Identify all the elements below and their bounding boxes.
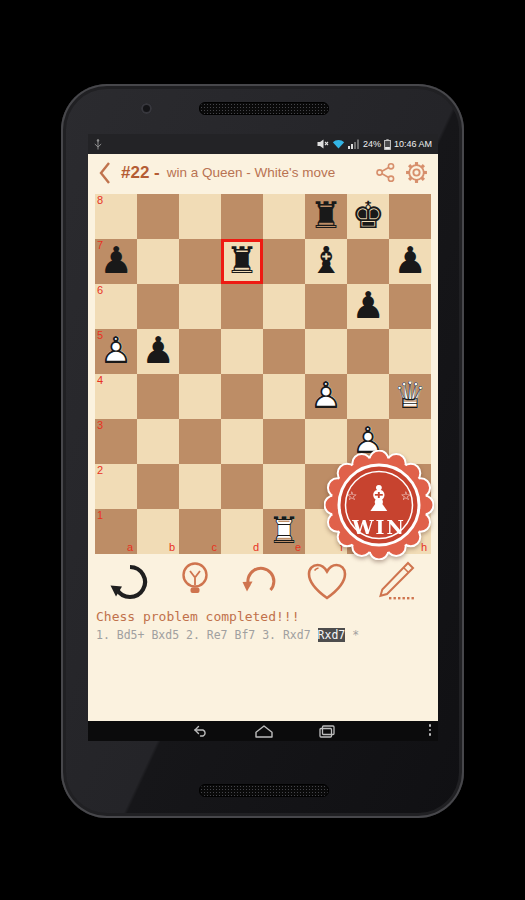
square-e3[interactable] [263, 419, 305, 464]
white-pawn: ♟♙ [305, 374, 347, 419]
back-icon[interactable] [98, 161, 112, 185]
battery-icon [384, 139, 391, 150]
edit-pencil-icon[interactable] [372, 560, 418, 604]
white-pawn: ♟♙ [95, 329, 137, 374]
mute-icon [317, 139, 329, 149]
status-bar: 24% 10:46 AM [88, 134, 438, 154]
square-g6[interactable]: ♟ [347, 284, 389, 329]
clock: 10:46 AM [394, 139, 432, 149]
square-a2[interactable]: 2 [95, 464, 137, 509]
favorite-heart-icon[interactable] [305, 562, 349, 602]
nav-home-icon[interactable] [255, 725, 273, 738]
nav-recents-icon[interactable] [319, 725, 335, 738]
square-e8[interactable] [263, 194, 305, 239]
square-a1[interactable]: 1a [95, 509, 137, 554]
square-g8[interactable]: ♚ [347, 194, 389, 239]
square-f5[interactable] [305, 329, 347, 374]
badge-star-left-icon: ☆ [347, 489, 358, 503]
square-a8[interactable]: 8 [95, 194, 137, 239]
square-a3[interactable]: 3 [95, 419, 137, 464]
square-e1[interactable]: e♜♖ [263, 509, 305, 554]
undo-icon[interactable] [238, 560, 282, 604]
phone-frame: 24% 10:46 AM #22 - win a Queen - White's… [61, 84, 464, 818]
android-nav-bar [88, 721, 438, 741]
wifi-icon [332, 139, 345, 149]
square-c5[interactable] [179, 329, 221, 374]
nav-back-icon[interactable] [191, 725, 209, 737]
square-b1[interactable]: b [137, 509, 179, 554]
usb-debug-icon [94, 139, 102, 150]
square-g7[interactable] [347, 239, 389, 284]
black-pawn: ♟ [137, 329, 179, 374]
square-h4[interactable]: ♛♕ [389, 374, 431, 419]
action-bar [88, 558, 438, 606]
restart-icon[interactable] [108, 560, 152, 604]
rank-label: 3 [97, 420, 103, 431]
bottom-speaker [199, 784, 329, 797]
badge-star-right-icon: ☆ [401, 489, 412, 503]
square-e5[interactable] [263, 329, 305, 374]
square-d5[interactable] [221, 329, 263, 374]
square-e4[interactable] [263, 374, 305, 419]
square-d2[interactable] [221, 464, 263, 509]
square-a6[interactable]: 6 [95, 284, 137, 329]
badge-bishop-icon: ♝ [363, 478, 395, 519]
completed-message: Chess problem completed!!! [96, 609, 438, 624]
square-g5[interactable] [347, 329, 389, 374]
share-icon[interactable] [375, 162, 396, 183]
badge-label: WIN [351, 516, 406, 538]
black-bishop: ♝ [305, 239, 347, 284]
file-label: b [169, 542, 175, 553]
white-queen: ♛♕ [389, 374, 431, 419]
black-rook: ♜ [221, 239, 263, 284]
square-c8[interactable] [179, 194, 221, 239]
square-b5[interactable]: ♟ [137, 329, 179, 374]
rank-label: 8 [97, 195, 103, 206]
square-c3[interactable] [179, 419, 221, 464]
screenshot-stage: 24% 10:46 AM #22 - win a Queen - White's… [0, 0, 525, 900]
front-camera [141, 103, 152, 114]
move-list: 1. Bd5+ Bxd5 2. Re7 Bf7 3. Rxd7 Rxd7 * [96, 628, 438, 642]
square-g4[interactable] [347, 374, 389, 419]
square-d8[interactable] [221, 194, 263, 239]
black-pawn: ♟ [95, 239, 137, 284]
puzzle-number: #22 - [121, 163, 160, 183]
black-pawn: ♟ [389, 239, 431, 284]
puzzle-title: win a Queen - White's move [167, 165, 335, 180]
square-d3[interactable] [221, 419, 263, 464]
signal-icon [348, 139, 360, 149]
square-e6[interactable] [263, 284, 305, 329]
square-h5[interactable] [389, 329, 431, 374]
square-d1[interactable]: d [221, 509, 263, 554]
square-b3[interactable] [137, 419, 179, 464]
square-d4[interactable] [221, 374, 263, 419]
square-e2[interactable] [263, 464, 305, 509]
square-a4[interactable]: 4 [95, 374, 137, 419]
board-area: 8♜♚7♟♜♝♟6♟5♟♙♟4♟♙♛♕3♟♙21abcde♜♖fg♚♔h ♝ ☆… [95, 194, 431, 554]
moves-after: * [345, 628, 359, 642]
app-header: #22 - win a Queen - White's move [88, 154, 438, 191]
square-f4[interactable]: ♟♙ [305, 374, 347, 419]
rank-label: 4 [97, 375, 103, 386]
current-move[interactable]: Rxd7 [318, 628, 346, 642]
nav-overflow-icon[interactable] [429, 724, 432, 736]
square-c1[interactable]: c [179, 509, 221, 554]
square-c6[interactable] [179, 284, 221, 329]
square-h8[interactable] [389, 194, 431, 239]
square-b8[interactable] [137, 194, 179, 239]
rank-label: 6 [97, 285, 103, 296]
file-label: c [212, 542, 218, 553]
black-king: ♚ [347, 194, 389, 239]
square-c4[interactable] [179, 374, 221, 419]
square-h7[interactable]: ♟ [389, 239, 431, 284]
hint-bulb-icon[interactable] [175, 559, 215, 605]
square-h6[interactable] [389, 284, 431, 329]
white-rook: ♜♖ [263, 509, 305, 554]
file-label: d [253, 542, 259, 553]
settings-gear-icon[interactable] [405, 161, 428, 184]
square-b6[interactable] [137, 284, 179, 329]
square-e7[interactable] [263, 239, 305, 284]
rank-label: 2 [97, 465, 103, 476]
win-badge: ♝ ☆ ☆ WIN [324, 450, 434, 560]
square-f6[interactable] [305, 284, 347, 329]
app-screen: 24% 10:46 AM #22 - win a Queen - White's… [88, 134, 438, 741]
square-f7[interactable]: ♝ [305, 239, 347, 284]
square-a7[interactable]: 7♟ [95, 239, 137, 284]
black-rook: ♜ [305, 194, 347, 239]
square-b4[interactable] [137, 374, 179, 419]
square-d6[interactable] [221, 284, 263, 329]
square-c7[interactable] [179, 239, 221, 284]
battery-percent: 24% [363, 139, 381, 149]
file-label: a [127, 542, 133, 553]
square-f8[interactable]: ♜ [305, 194, 347, 239]
square-c2[interactable] [179, 464, 221, 509]
black-pawn: ♟ [347, 284, 389, 329]
square-b7[interactable] [137, 239, 179, 284]
earpiece-speaker [199, 102, 329, 115]
rank-label: 1 [97, 510, 103, 521]
square-b2[interactable] [137, 464, 179, 509]
square-d7[interactable]: ♜ [221, 239, 263, 284]
square-a5[interactable]: 5♟♙ [95, 329, 137, 374]
moves-before: 1. Bd5+ Bxd5 2. Re7 Bf7 3. Rxd7 [96, 628, 318, 642]
